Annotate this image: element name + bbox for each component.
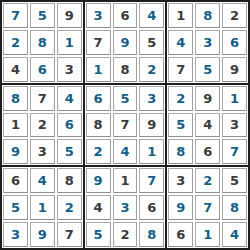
cell-digit: 5 [147, 36, 156, 49]
cell-digit: 3 [120, 201, 129, 214]
cell-digit: 4 [147, 9, 156, 22]
cell-digit: 1 [147, 145, 156, 158]
sudoku-box-6: 291543867 [167, 85, 248, 166]
cell-r5c9[interactable]: 3 [222, 113, 247, 138]
cell-r1c6[interactable]: 4 [139, 3, 164, 28]
cell-digit: 4 [176, 36, 185, 49]
cell-r5c6[interactable]: 9 [139, 113, 164, 138]
cell-r9c4[interactable]: 5 [86, 222, 111, 247]
cell-r9c2[interactable]: 9 [30, 222, 55, 247]
cell-digit: 9 [38, 228, 47, 241]
cell-digit: 9 [203, 92, 212, 105]
cell-digit: 6 [94, 92, 103, 105]
cell-digit: 6 [11, 174, 20, 187]
cell-digit: 4 [120, 145, 129, 158]
cell-r8c9[interactable]: 8 [222, 195, 247, 220]
cell-r5c4[interactable]: 8 [86, 113, 111, 138]
cell-digit: 2 [230, 9, 239, 22]
cell-r7c6[interactable]: 7 [139, 168, 164, 193]
cell-digit: 6 [230, 36, 239, 49]
cell-r9c5[interactable]: 2 [113, 222, 138, 247]
cell-r6c7[interactable]: 8 [168, 139, 193, 164]
cell-digit: 9 [65, 9, 74, 22]
cell-r6c2[interactable]: 3 [30, 139, 55, 164]
cell-r3c3[interactable]: 3 [57, 57, 82, 82]
cell-r7c4[interactable]: 9 [86, 168, 111, 193]
cell-digit: 4 [11, 63, 20, 76]
cell-digit: 9 [230, 63, 239, 76]
cell-r9c7[interactable]: 6 [168, 222, 193, 247]
cell-digit: 5 [176, 118, 185, 131]
cell-r2c8[interactable]: 3 [195, 30, 220, 55]
cell-digit: 7 [94, 36, 103, 49]
cell-digit: 8 [38, 36, 47, 49]
sudoku-box-2: 364795182 [85, 2, 166, 83]
cell-digit: 5 [230, 174, 239, 187]
cell-digit: 7 [230, 145, 239, 158]
cell-r1c4[interactable]: 3 [86, 3, 111, 28]
cell-r4c2[interactable]: 7 [30, 86, 55, 111]
cell-digit: 8 [230, 201, 239, 214]
cell-r7c3[interactable]: 8 [57, 168, 82, 193]
cell-digit: 1 [65, 36, 74, 49]
cell-digit: 9 [11, 145, 20, 158]
cell-digit: 6 [147, 201, 156, 214]
cell-r4c7[interactable]: 2 [168, 86, 193, 111]
cell-digit: 2 [38, 118, 47, 131]
cell-digit: 9 [147, 118, 156, 131]
sudoku-box-1: 759281463 [2, 2, 83, 83]
cell-digit: 5 [94, 228, 103, 241]
cell-r3c5[interactable]: 8 [113, 57, 138, 82]
cell-r3c7[interactable]: 7 [168, 57, 193, 82]
cell-r5c7[interactable]: 5 [168, 113, 193, 138]
cell-r2c2[interactable]: 8 [30, 30, 55, 55]
cell-digit: 2 [120, 228, 129, 241]
cell-digit: 3 [11, 228, 20, 241]
cell-digit: 4 [203, 118, 212, 131]
cell-r6c5[interactable]: 4 [113, 139, 138, 164]
cell-r2c7[interactable]: 4 [168, 30, 193, 55]
cell-r8c2[interactable]: 1 [30, 195, 55, 220]
cell-r8c4[interactable]: 4 [86, 195, 111, 220]
cell-r7c5[interactable]: 1 [113, 168, 138, 193]
cell-r6c8[interactable]: 6 [195, 139, 220, 164]
cell-digit: 1 [176, 9, 185, 22]
cell-r1c2[interactable]: 5 [30, 3, 55, 28]
cell-r5c8[interactable]: 4 [195, 113, 220, 138]
cell-r5c5[interactable]: 7 [113, 113, 138, 138]
cell-digit: 8 [176, 145, 185, 158]
cell-digit: 6 [176, 228, 185, 241]
cell-r7c2[interactable]: 4 [30, 168, 55, 193]
cell-digit: 1 [38, 201, 47, 214]
cell-digit: 5 [120, 92, 129, 105]
cell-r7c9[interactable]: 5 [222, 168, 247, 193]
cell-digit: 4 [38, 174, 47, 187]
cell-digit: 9 [94, 174, 103, 187]
cell-digit: 5 [11, 201, 20, 214]
cell-r2c9[interactable]: 6 [222, 30, 247, 55]
cell-digit: 2 [203, 174, 212, 187]
cell-digit: 6 [65, 118, 74, 131]
cell-digit: 8 [147, 228, 156, 241]
sudoku-box-9: 325978614 [167, 167, 248, 248]
cell-r9c9[interactable]: 4 [222, 222, 247, 247]
cell-r4c3[interactable]: 4 [57, 86, 82, 111]
cell-digit: 8 [203, 9, 212, 22]
cell-digit: 3 [38, 145, 47, 158]
cell-digit: 7 [147, 174, 156, 187]
cell-r7c8[interactable]: 2 [195, 168, 220, 193]
cell-r9c3[interactable]: 7 [57, 222, 82, 247]
cell-digit: 4 [230, 228, 239, 241]
cell-digit: 2 [11, 36, 20, 49]
cell-digit: 7 [176, 63, 185, 76]
cell-digit: 8 [120, 63, 129, 76]
cell-r1c3[interactable]: 9 [57, 3, 82, 28]
cell-r1c9[interactable]: 2 [222, 3, 247, 28]
sudoku-box-7: 648512397 [2, 167, 83, 248]
cell-r2c4[interactable]: 7 [86, 30, 111, 55]
cell-digit: 2 [94, 145, 103, 158]
cell-r4c5[interactable]: 5 [113, 86, 138, 111]
sudoku-box-4: 874126935 [2, 85, 83, 166]
cell-digit: 2 [147, 63, 156, 76]
cell-r7c1[interactable]: 6 [3, 168, 28, 193]
cell-r6c3[interactable]: 5 [57, 139, 82, 164]
cell-digit: 7 [203, 201, 212, 214]
cell-digit: 7 [11, 9, 20, 22]
cell-digit: 1 [11, 118, 20, 131]
cell-digit: 7 [120, 118, 129, 131]
cell-digit: 9 [120, 36, 129, 49]
cell-digit: 8 [11, 92, 20, 105]
cell-r6c9[interactable]: 7 [222, 139, 247, 164]
cell-r3c2[interactable]: 6 [30, 57, 55, 82]
cell-digit: 6 [203, 145, 212, 158]
cell-digit: 3 [203, 36, 212, 49]
cell-r2c1[interactable]: 2 [3, 30, 28, 55]
cell-digit: 6 [120, 9, 129, 22]
cell-digit: 9 [176, 201, 185, 214]
cell-r4c9[interactable]: 1 [222, 86, 247, 111]
cell-digit: 3 [94, 9, 103, 22]
cell-r1c8[interactable]: 8 [195, 3, 220, 28]
cell-digit: 8 [65, 174, 74, 187]
cell-r6c6[interactable]: 1 [139, 139, 164, 164]
cell-r5c1[interactable]: 1 [3, 113, 28, 138]
cell-digit: 1 [94, 63, 103, 76]
cell-r3c6[interactable]: 2 [139, 57, 164, 82]
cell-r6c1[interactable]: 9 [3, 139, 28, 164]
cell-r8c1[interactable]: 5 [3, 195, 28, 220]
cell-r7c7[interactable]: 3 [168, 168, 193, 193]
cell-r2c3[interactable]: 1 [57, 30, 82, 55]
cell-r8c3[interactable]: 2 [57, 195, 82, 220]
sudoku-board: 7592814633647951821824367598741269356538… [0, 0, 250, 250]
cell-r4c1[interactable]: 8 [3, 86, 28, 111]
cell-r6c4[interactable]: 2 [86, 139, 111, 164]
cell-digit: 3 [176, 174, 185, 187]
cell-r2c6[interactable]: 5 [139, 30, 164, 55]
cell-digit: 7 [38, 92, 47, 105]
cell-r1c1[interactable]: 7 [3, 3, 28, 28]
cell-digit: 4 [94, 201, 103, 214]
cell-r4c8[interactable]: 9 [195, 86, 220, 111]
cell-r9c8[interactable]: 1 [195, 222, 220, 247]
cell-r8c6[interactable]: 6 [139, 195, 164, 220]
cell-r8c8[interactable]: 7 [195, 195, 220, 220]
sudoku-box-3: 182436759 [167, 2, 248, 83]
cell-r4c6[interactable]: 3 [139, 86, 164, 111]
cell-r3c9[interactable]: 9 [222, 57, 247, 82]
cell-r8c7[interactable]: 9 [168, 195, 193, 220]
cell-digit: 4 [65, 92, 74, 105]
cell-r5c3[interactable]: 6 [57, 113, 82, 138]
cell-digit: 7 [65, 228, 74, 241]
cell-r3c1[interactable]: 4 [3, 57, 28, 82]
cell-r2c5[interactable]: 9 [113, 30, 138, 55]
cell-r9c6[interactable]: 8 [139, 222, 164, 247]
cell-digit: 1 [120, 174, 129, 187]
cell-r5c2[interactable]: 2 [30, 113, 55, 138]
cell-r9c1[interactable]: 3 [3, 222, 28, 247]
cell-r4c4[interactable]: 6 [86, 86, 111, 111]
cell-digit: 2 [65, 201, 74, 214]
cell-r1c5[interactable]: 6 [113, 3, 138, 28]
cell-digit: 3 [230, 118, 239, 131]
cell-digit: 1 [230, 92, 239, 105]
cell-digit: 5 [65, 145, 74, 158]
cell-digit: 8 [94, 118, 103, 131]
cell-digit: 6 [38, 63, 47, 76]
cell-r3c8[interactable]: 5 [195, 57, 220, 82]
sudoku-box-8: 917436528 [85, 167, 166, 248]
sudoku-box-5: 653879241 [85, 85, 166, 166]
cell-digit: 5 [203, 63, 212, 76]
cell-digit: 5 [38, 9, 47, 22]
cell-digit: 3 [65, 63, 74, 76]
cell-r1c7[interactable]: 1 [168, 3, 193, 28]
cell-digit: 2 [176, 92, 185, 105]
cell-r8c5[interactable]: 3 [113, 195, 138, 220]
cell-digit: 1 [203, 228, 212, 241]
cell-digit: 3 [147, 92, 156, 105]
cell-r3c4[interactable]: 1 [86, 57, 111, 82]
